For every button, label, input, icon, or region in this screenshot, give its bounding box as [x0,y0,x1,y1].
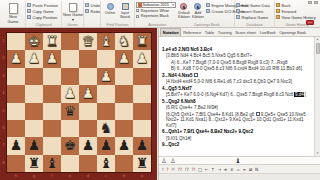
black-pawn: ♟ [79,137,97,155]
ribbon-button-redo[interactable]: Redo [85,8,99,14]
default-kibitzer-label-2: Kibitzer [178,15,190,19]
button-icon [276,3,280,7]
rank-label-4: 4 [0,85,7,102]
rank-label-1: 1 [0,33,7,50]
file-label-c: c [97,173,115,180]
square-c6[interactable]: ♞ [97,120,115,137]
app-window: New Game Paste PositionCopy GameCopy Pos… [0,0,320,180]
scrollbar-thumb[interactable] [316,43,320,54]
annotation-symbol-[interactable]: → [217,167,221,172]
button-label: Undo [91,3,101,8]
ribbon-button-paste-position[interactable]: Paste Position [27,2,60,8]
annotation-symbol-[interactable]: ↑ [211,167,215,172]
current-move[interactable]: 9.d4 [294,92,304,97]
variation-move-row[interactable]: [5.Bxf7+ Ke7 6.0-0 (6.Ng4 Kd7) 6...Qxe5 … [162,92,313,98]
annotation-symbol-[interactable]: ∓ [230,167,234,172]
move-text: 5...Qxg2 6.Nxh8 [162,99,196,104]
square-e3[interactable] [61,68,79,85]
ribbon-group-undo-redo: UndoRedo [84,1,101,27]
rank-label-5: 5 [0,103,7,120]
square-h5[interactable] [7,103,25,120]
button-icon [276,15,280,19]
file-label-b: b [115,173,133,180]
square-c8[interactable]: ♝ [97,155,115,172]
rank-label-6: 6 [0,120,7,137]
square-f6[interactable] [43,120,61,137]
button-label: Copy Game [33,9,54,14]
repertoire-black-checkbox[interactable]: Repertoire Black [136,14,176,20]
file-label-a: a [133,173,151,180]
button-label: View Game History [282,15,316,20]
group-label-annotation: Annotation [135,23,180,27]
tab-reference[interactable]: Reference [181,29,203,36]
white-pawn: ♟ [43,50,61,68]
annotation-symbol-[interactable]: ? [166,167,168,172]
black-bishop: ♝ [97,155,115,173]
square-g7[interactable]: ♟ [25,137,43,154]
kibitzer-icon: ♞ [180,3,187,10]
square-d7[interactable]: ♟ [79,137,97,154]
scroll-up-arrow[interactable]: ▲ [315,37,320,42]
button-label: Edit Game Data [242,3,270,8]
black-queen: ♛ [61,103,79,121]
variation-move-row[interactable]: A) 6...Ke7 7.Bxg8 (7.0-0 Qxe5 8.Bxg8 Rxg… [162,60,313,66]
material-balance-strip: ♙ ♙ ♝ [159,156,320,164]
tab-table[interactable]: Table [203,29,216,36]
variation-move-row[interactable]: [6.Qh5 Qxh1+ 7.Bf1 Qxe4+ 8.Kd1 (8.Be2 g6… [162,112,313,129]
online-button[interactable]: Online [104,2,116,19]
black-pawn: ♟ [7,137,25,155]
square-f4[interactable] [43,85,61,102]
mainline-move-row[interactable]: 9...Qxc2 [162,142,313,148]
checkbox-icon [136,9,139,12]
square-e2[interactable] [61,50,79,67]
move-text: 4...Qg5 5.Nxf7 [162,86,192,91]
ribbon-group-new-game: New Game [1,1,26,27]
notation-moves: 1.e4 e5 2.Nf3 Nc6 3.Bc4[3.Bb5 Nd4 4.Bc4 … [159,37,314,156]
square-d2[interactable] [79,50,97,67]
button-icon [85,9,89,13]
move-text: B) 6...Kd8 7.0-0 Qxe5 8.c3 Nf6 9.cxd4 Bx… [171,66,302,71]
square-d4[interactable]: ♟ [79,85,97,102]
new-game-label-line2: Game [2,20,24,25]
square-b6[interactable] [115,120,133,137]
file-label-f: f [43,173,61,180]
white-pawn: ♟ [133,50,151,68]
ribbon-group-find-position: Online Input Board Find Position [101,1,135,27]
move-text: 6...Qxh1+ 7.Bf1 Qxe4+ 8.Be2 Nxc2+ 9.Qxc2 [162,129,253,134]
square-d6[interactable] [79,120,97,137]
square-b1[interactable]: ♞ [115,33,133,50]
square-a2[interactable]: ♟ [133,50,151,67]
repertoire-black-label: Repertoire Black [141,14,169,18]
ribbon-button-replace-game[interactable]: Replace Game [236,14,273,20]
engine-name: Sebastian 2015 [143,3,169,7]
square-a8[interactable]: ♜ [133,155,151,172]
notation-tabs: NotationReferenceTableTrainingScore shee… [159,28,320,37]
button-icon [276,9,280,13]
annotation-symbol-[interactable]: ! [162,167,164,172]
button-icon [236,9,240,13]
group-label-find-position: Find Position [101,23,134,27]
square-b8[interactable] [115,155,133,172]
rank-labels: 12345678 [0,33,7,172]
square-e6[interactable] [61,120,79,137]
file-label-g: g [25,173,43,180]
square-c1[interactable]: ♝ [97,33,115,50]
button-label: Insert Game [242,9,264,14]
square-d1[interactable]: ♛ [79,33,97,50]
white-pawn: ♟ [25,50,43,68]
move-text: [9.Kf1 Qh1#] [166,136,191,141]
ribbon-group-engine: Sebastian 2015 ▾ Repertoire White Repert… [135,1,235,27]
new-game-icon [69,3,77,12]
square-b5[interactable] [115,103,133,120]
ribbon-button-edit-game-data[interactable]: Edit Game Data [236,2,273,8]
annotation-symbol-[interactable]: !! [171,167,175,172]
tab-score-sheet[interactable]: Score sheet [233,29,257,36]
document-icon [9,3,18,14]
button-label: Back [282,3,291,8]
add-kibitzer-button[interactable]: ♞ Add Kibitzer [192,2,204,19]
square-e1[interactable] [61,33,79,50]
button-label: Replace Game [242,15,269,20]
move-text: [6.Qh5 Qxh1+ 7.Bf1 Qxe4+ 8.Kd1 (8.Be2 g6 [166,112,256,117]
button-icon [236,3,240,7]
square-g3[interactable] [25,68,43,85]
chess-board-frame: 12345678 ♚♜♛♝♞♜♟♟♟♟♟♟♟♟♛♞♟♟♚♟♟♟♟♜♝♝♜ hgf… [0,28,157,180]
black-pawn: ♟ [133,137,151,155]
square-g8[interactable]: ♜ [25,155,43,172]
ribbon-group-database: Edit Game DataInsert GameReplace Game Da… [235,1,275,27]
square-c4[interactable] [97,85,115,102]
variation-move-row[interactable]: B) 6...Kd8 7.0-0 Qxe5 8.c3 Nf6 9.cxd4 Bx… [162,66,313,72]
mainline-move-row[interactable]: 5...Qxg2 6.Nxh8 [162,99,313,105]
group-label-openings-book: Openings Book [180,23,234,27]
square-b2[interactable]: ♟ [115,50,133,67]
annotation-symbol-[interactable]: = [236,167,240,172]
input-board-button[interactable]: Input Board [119,2,131,19]
white-rook: ♜ [133,33,151,51]
black-knight: ♞ [97,120,115,138]
square-d8[interactable] [79,155,97,172]
group-label-clipboard: Clipboard [26,23,61,27]
engine-icon [138,3,142,7]
ribbon-group-game: New Game ▾ Game [62,1,84,27]
square-a3[interactable] [133,68,151,85]
button-icon [85,3,89,7]
square-f3[interactable] [43,68,61,85]
rank-label-8: 8 [0,155,7,172]
input-board-label: Input Board [119,11,131,19]
black-pawn: ♟ [97,137,115,155]
annotation-symbol-[interactable]: ⇄ [249,167,253,172]
annotation-symbol-[interactable]: □ [198,167,202,172]
ribbon-toolbar: New Game Paste PositionCopy GameCopy Pos… [0,0,320,28]
square-e8[interactable] [61,155,79,172]
new-game-dropdown-label: New Game ▾ [63,13,83,22]
move-text: ] [304,92,305,97]
white-pawn: ♟ [7,50,25,68]
notation-scrollbar: ▲ ▼ [314,37,320,156]
square-b4[interactable] [115,85,133,102]
white-king: ♚ [25,33,43,51]
tab-livebook[interactable]: LiveBook [258,29,278,36]
board-grid: ♚♜♛♝♞♜♟♟♟♟♟♟♟♟♛♞♟♟♚♟♟♟♟♜♝♝♜ [7,33,151,172]
chevron-down-icon: ▾ [72,17,74,22]
button-icon [206,3,210,7]
annotation-symbol-n[interactable]: N [255,167,258,172]
button-label: Paste Position [33,3,59,8]
white-bishop: ♝ [97,33,115,51]
white-pawn: ♟ [79,85,97,103]
default-kibitzer-button[interactable]: ♞ Default Kibitzer [178,2,190,19]
button-icon [27,15,31,19]
annotation-symbol-[interactable]: ∞ [243,167,247,172]
square-d5[interactable] [79,103,97,120]
square-f1[interactable]: ♜ [43,33,61,50]
move-text: [6.Rf1 Qxe4+ 7.Be2 Nf3#] [166,105,218,110]
black-pawn: ♟ [115,137,133,155]
black-bishop: ♝ [43,155,61,173]
annotation-symbol-[interactable]: ± [224,167,228,172]
square-h2[interactable]: ♟ [7,50,25,67]
annotation-symbol-[interactable]: ?! [191,167,195,172]
group-label-database: Database [235,23,274,27]
repertoire-white-label: Repertoire White [141,9,170,13]
file-label-e: e [61,173,79,180]
square-e4[interactable]: ♟ [61,85,79,102]
square-g1[interactable]: ♚ [25,33,43,50]
square-h7[interactable]: ♟ [7,137,25,154]
square-h8[interactable] [7,155,25,172]
close-panel-button[interactable]: • • [306,20,314,25]
diagram-icon [194,73,198,77]
tab-notation[interactable]: Notation [160,28,181,36]
square-c5[interactable] [97,103,115,120]
move-text: [4.Nxd4 exd4 5.0-0 Nf6 6.Re1 d6 7.c3 dxc… [166,79,292,84]
move-text: 9...Qxc2 [162,142,179,147]
square-h6[interactable] [7,120,25,137]
new-game-dropdown-button[interactable]: New Game ▾ [63,3,83,22]
minimize-button[interactable] [308,1,312,4]
checkbox-icon [136,15,139,18]
maximize-button[interactable] [314,1,318,4]
black-king: ♚ [61,137,79,155]
white-pawn: ♟ [97,68,115,86]
move-text: 1.e4 e5 2.Nf3 Nc6 3.Bc4 [162,47,212,52]
kibitzer-add-icon: ♞ [194,3,201,10]
move-text: 3...Nd4 4.Nxe5 [162,73,194,78]
square-h4[interactable] [7,85,25,102]
square-e5[interactable]: ♛ [61,103,79,120]
notation-panel: NotationReferenceTableTrainingScore shee… [158,28,320,180]
black-pawn: ♟ [25,137,43,155]
variation-move-row[interactable]: [9.Kf1 Qh1#] [162,136,313,142]
square-c2[interactable] [97,50,115,67]
mainline-move-row[interactable]: 3...Nd4 4.Nxe5 [162,73,313,79]
square-c7[interactable]: ♟ [97,137,115,154]
button-label: Copy Position [33,15,58,20]
tab-training[interactable]: Training [216,29,234,36]
file-labels: hgfedcba [7,173,151,180]
square-a7[interactable]: ♟ [133,137,151,154]
black-rook: ♜ [25,155,43,173]
square-a1[interactable]: ♜ [133,33,151,50]
rank-label-3: 3 [0,68,7,85]
square-a4[interactable] [133,85,151,102]
square-g2[interactable]: ♟ [25,50,43,67]
rank-label-2: 2 [0,50,7,67]
window-controls [308,1,318,4]
ribbon-group-clipboard: Paste PositionCopy GameCopy Position Cli… [26,1,62,27]
square-f8[interactable]: ♝ [43,155,61,172]
white-knight: ♞ [115,33,133,51]
variation-move-row[interactable]: [6.Rf1 Qxe4+ 7.Be2 Nf3#] [162,105,313,111]
board-icon [122,3,129,10]
tab-openings-book[interactable]: Openings Book [278,29,308,36]
square-f5[interactable] [43,103,61,120]
globe-icon [107,3,114,10]
square-f2[interactable]: ♟ [43,50,61,67]
mainline-move-row[interactable]: 6...Qxh1+ 7.Bf1 Qxe4+ 8.Be2 Nxc2+ 9.Qxc2 [162,129,313,135]
variation-move-row[interactable]: [3.Bb5 Nd4 4.Bc4 Bc5 5.Nxe5 Qg5 6.Bxf7+ [162,53,313,59]
white-queen: ♛ [79,33,97,51]
annotation-symbol-[interactable]: ?? [177,167,182,172]
square-a6[interactable] [133,120,151,137]
square-b3[interactable] [115,68,133,85]
annotation-symbol-[interactable]: ← [205,167,209,172]
button-label: Redo [91,9,101,14]
chevron-down-icon: ▾ [172,3,174,7]
online-label: Online [104,11,116,15]
square-d3[interactable] [79,68,97,85]
square-f7[interactable] [43,137,61,154]
white-rook: ♜ [43,33,61,51]
square-e7[interactable]: ♚ [61,137,79,154]
move-text: [3.Bb5 Nd4 4.Bc4 Bc5 5.Nxe5 Qg5 6.Bxf7+ [166,53,252,58]
variation-move-row[interactable]: [4.Nxd4 exd4 5.0-0 Nf6 6.Re1 d6 7.c3 dxc… [162,79,313,85]
annotation-symbols-bar: !?!!??!??!□←↑→±∓=∞⇄N [159,164,320,173]
square-a5[interactable] [133,103,151,120]
button-icon [236,15,240,19]
square-b7[interactable]: ♟ [115,137,133,154]
button-icon [206,9,210,13]
file-label-d: d [79,173,97,180]
square-c3[interactable]: ♟ [97,68,115,85]
move-text: [5.Bxf7+ Ke7 6.0-0 (6.Ng4 Kd7) 6...Qxe5 … [166,92,294,97]
new-game-big-button[interactable]: New Game [2,3,24,24]
square-h1[interactable] [7,33,25,50]
square-g5[interactable] [25,103,43,120]
panel-bottom-spacer [159,173,320,180]
ribbon-button-copy-position[interactable]: Copy Position [27,14,60,20]
button-icon [27,9,31,13]
rank-label-7: 7 [0,137,7,154]
move-text: A) 6...Ke7 7.Bxg8 (7.0-0 Qxe5 8.Bxg8 Rxg… [171,60,288,65]
mainline-move-row[interactable]: 4...Qg5 5.Nxf7 [162,86,313,92]
white-pawn: ♟ [115,50,133,68]
square-h3[interactable] [7,68,25,85]
square-g4[interactable] [25,85,43,102]
file-label-h: h [7,173,25,180]
square-g6[interactable] [25,120,43,137]
mainline-move-row[interactable]: 1.e4 e5 2.Nf3 Nc6 3.Bc4 [162,47,313,53]
button-icon [27,3,31,7]
add-kibitzer-label-2: Kibitzer [192,15,204,19]
black-rook: ♜ [133,155,151,173]
annotation-symbol-[interactable]: !? [185,167,189,172]
group-label-game: Game [62,23,83,27]
white-pawn: ♟ [61,85,79,103]
button-label: Forward [282,9,297,14]
